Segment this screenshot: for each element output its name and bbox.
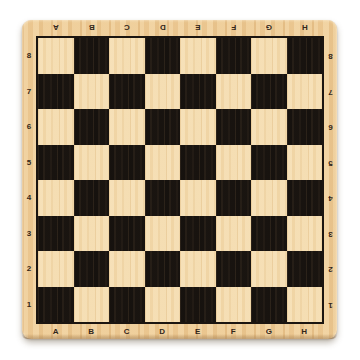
rank-label: 2 — [324, 251, 337, 287]
square-f7[interactable] — [216, 74, 252, 110]
square-h2[interactable] — [287, 251, 323, 287]
file-label: A — [38, 324, 74, 339]
square-c6[interactable] — [109, 109, 145, 145]
square-a7[interactable] — [38, 74, 74, 110]
file-label: F — [216, 324, 252, 339]
rank-label: 4 — [22, 180, 36, 216]
rank-label: 5 — [324, 145, 337, 181]
file-label: G — [251, 20, 287, 36]
square-g8[interactable] — [251, 38, 287, 74]
square-a1[interactable] — [38, 287, 74, 323]
square-c3[interactable] — [109, 216, 145, 252]
file-label: E — [180, 324, 216, 339]
square-h4[interactable] — [287, 180, 323, 216]
square-e3[interactable] — [180, 216, 216, 252]
file-labels-top: ABCDEFGH — [38, 20, 322, 36]
square-b3[interactable] — [74, 216, 110, 252]
square-h5[interactable] — [287, 145, 323, 181]
rank-label: 8 — [22, 38, 36, 74]
rank-label: 2 — [22, 251, 36, 287]
square-a6[interactable] — [38, 109, 74, 145]
square-e1[interactable] — [180, 287, 216, 323]
rank-label: 8 — [324, 38, 337, 74]
square-f5[interactable] — [216, 145, 252, 181]
square-a3[interactable] — [38, 216, 74, 252]
rank-label: 4 — [324, 180, 337, 216]
square-f6[interactable] — [216, 109, 252, 145]
file-label: D — [145, 324, 181, 339]
square-a5[interactable] — [38, 145, 74, 181]
rank-label: 1 — [22, 287, 36, 323]
square-a4[interactable] — [38, 180, 74, 216]
file-label: E — [180, 20, 216, 36]
square-g3[interactable] — [251, 216, 287, 252]
rank-label: 6 — [22, 109, 36, 145]
rank-label: 6 — [324, 109, 337, 145]
file-label: D — [145, 20, 181, 36]
square-b7[interactable] — [74, 74, 110, 110]
square-b4[interactable] — [74, 180, 110, 216]
square-f3[interactable] — [216, 216, 252, 252]
square-a8[interactable] — [38, 38, 74, 74]
square-h3[interactable] — [287, 216, 323, 252]
square-g2[interactable] — [251, 251, 287, 287]
square-f8[interactable] — [216, 38, 252, 74]
rank-labels-right: 87654321 — [324, 38, 337, 322]
square-c8[interactable] — [109, 38, 145, 74]
square-g5[interactable] — [251, 145, 287, 181]
file-label: H — [287, 20, 323, 36]
chessboard: ABCDEFGH 87654321 87654321 ABCDEFGH — [22, 20, 337, 339]
square-d8[interactable] — [145, 38, 181, 74]
square-f4[interactable] — [216, 180, 252, 216]
rank-label: 7 — [324, 74, 337, 110]
square-d3[interactable] — [145, 216, 181, 252]
rank-label: 7 — [22, 74, 36, 110]
square-c5[interactable] — [109, 145, 145, 181]
square-g4[interactable] — [251, 180, 287, 216]
file-label: C — [109, 324, 145, 339]
square-b2[interactable] — [74, 251, 110, 287]
square-g6[interactable] — [251, 109, 287, 145]
square-b5[interactable] — [74, 145, 110, 181]
square-h8[interactable] — [287, 38, 323, 74]
rank-labels-left: 87654321 — [22, 38, 36, 322]
file-label: B — [74, 324, 110, 339]
square-d6[interactable] — [145, 109, 181, 145]
square-f1[interactable] — [216, 287, 252, 323]
square-e2[interactable] — [180, 251, 216, 287]
rank-label: 5 — [22, 145, 36, 181]
square-b8[interactable] — [74, 38, 110, 74]
square-c1[interactable] — [109, 287, 145, 323]
file-label: A — [38, 20, 74, 36]
board-grid — [36, 36, 324, 324]
square-e7[interactable] — [180, 74, 216, 110]
square-a2[interactable] — [38, 251, 74, 287]
file-labels-bottom: ABCDEFGH — [38, 324, 322, 339]
square-e8[interactable] — [180, 38, 216, 74]
file-label: C — [109, 20, 145, 36]
rank-label: 3 — [324, 216, 337, 252]
square-e6[interactable] — [180, 109, 216, 145]
square-d5[interactable] — [145, 145, 181, 181]
square-e4[interactable] — [180, 180, 216, 216]
file-label: B — [74, 20, 110, 36]
rank-label: 3 — [22, 216, 36, 252]
square-e5[interactable] — [180, 145, 216, 181]
square-d2[interactable] — [145, 251, 181, 287]
file-label: H — [287, 324, 323, 339]
square-g1[interactable] — [251, 287, 287, 323]
file-label: F — [216, 20, 252, 36]
square-d1[interactable] — [145, 287, 181, 323]
square-g7[interactable] — [251, 74, 287, 110]
square-c2[interactable] — [109, 251, 145, 287]
square-h7[interactable] — [287, 74, 323, 110]
square-d4[interactable] — [145, 180, 181, 216]
rank-label: 1 — [324, 287, 337, 323]
square-b1[interactable] — [74, 287, 110, 323]
square-b6[interactable] — [74, 109, 110, 145]
square-c4[interactable] — [109, 180, 145, 216]
square-h1[interactable] — [287, 287, 323, 323]
square-d7[interactable] — [145, 74, 181, 110]
square-h6[interactable] — [287, 109, 323, 145]
square-f2[interactable] — [216, 251, 252, 287]
square-c7[interactable] — [109, 74, 145, 110]
file-label: G — [251, 324, 287, 339]
